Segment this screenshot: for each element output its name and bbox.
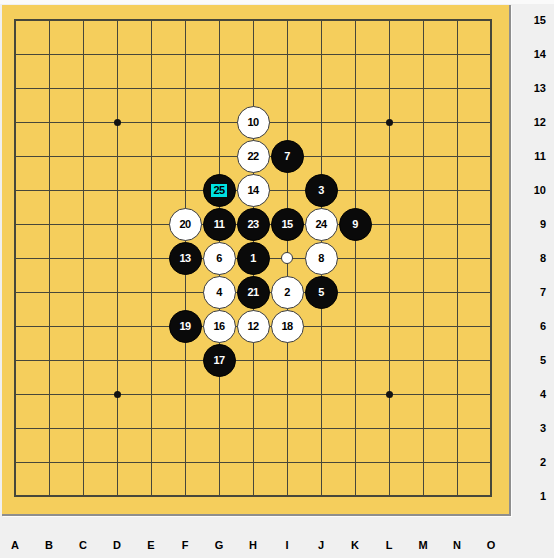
- stone-H10-move-14: 14: [237, 174, 270, 207]
- move-number: 18: [281, 320, 292, 333]
- column-label-L: L: [372, 537, 406, 553]
- row-label-1: 1: [512, 488, 546, 504]
- row-label-15: 15: [512, 12, 546, 28]
- stone-H7-move-21: 21: [237, 276, 270, 309]
- move-number: 6: [216, 252, 222, 265]
- stone-I11-move-7: 7: [271, 140, 304, 173]
- move-number: 23: [247, 218, 258, 231]
- row-label-10: 10: [512, 182, 546, 198]
- column-label-C: C: [66, 537, 100, 553]
- row-label-11: 11: [512, 148, 546, 164]
- move-number: 14: [247, 184, 258, 197]
- column-label-D: D: [100, 537, 134, 553]
- stone-G6-move-16: 16: [203, 310, 236, 343]
- stone-H11-move-22: 22: [237, 140, 270, 173]
- column-label-B: B: [32, 537, 66, 553]
- move-number: 8: [318, 252, 324, 265]
- move-number: 20: [179, 218, 190, 231]
- row-label-4: 4: [512, 386, 546, 402]
- move-number: 4: [216, 286, 222, 299]
- move-number: 13: [179, 252, 190, 265]
- move-number: 7: [284, 150, 290, 163]
- stone-G7-move-4: 4: [203, 276, 236, 309]
- stone-H8-move-1: 1: [237, 242, 270, 275]
- row-label-7: 7: [512, 284, 546, 300]
- row-label-5: 5: [512, 352, 546, 368]
- move-number: 10: [247, 116, 258, 129]
- column-label-M: M: [406, 537, 440, 553]
- move-number: 21: [247, 286, 258, 299]
- move-number: 9: [352, 218, 358, 231]
- stone-K9-move-9: 9: [339, 208, 372, 241]
- move-number: 5: [318, 286, 324, 299]
- row-label-3: 3: [512, 420, 546, 436]
- move-number: 11: [214, 218, 225, 231]
- move-number: 1: [250, 252, 256, 265]
- stone-F8-move-13: 13: [169, 242, 202, 275]
- stone-H9-move-23: 23: [237, 208, 270, 241]
- row-label-12: 12: [512, 114, 546, 130]
- column-label-E: E: [134, 537, 168, 553]
- column-label-A: A: [0, 537, 32, 553]
- stone-G10-move-25: 25: [203, 174, 236, 207]
- row-label-8: 8: [512, 250, 546, 266]
- move-number: 16: [213, 320, 224, 333]
- move-number: 15: [281, 218, 292, 231]
- stone-J7-move-5: 5: [305, 276, 338, 309]
- star-point-L12: [386, 119, 393, 126]
- column-label-K: K: [338, 537, 372, 553]
- stone-G5-move-17: 17: [203, 344, 236, 377]
- stone-G8-move-6: 6: [203, 242, 236, 275]
- column-label-G: G: [202, 537, 236, 553]
- window-top-edge: [0, 0, 554, 4]
- column-label-N: N: [440, 537, 474, 553]
- row-label-2: 2: [512, 454, 546, 470]
- row-label-9: 9: [512, 216, 546, 232]
- column-label-H: H: [236, 537, 270, 553]
- move-number: 22: [247, 150, 258, 163]
- column-label-J: J: [304, 537, 338, 553]
- star-point-D12: [114, 119, 121, 126]
- stone-G9-move-11: 11: [203, 208, 236, 241]
- move-number: 17: [213, 354, 224, 367]
- column-label-F: F: [168, 537, 202, 553]
- row-label-14: 14: [512, 46, 546, 62]
- stone-F9-move-20: 20: [169, 208, 202, 241]
- stone-I6-move-18: 18: [271, 310, 304, 343]
- column-label-O: O: [474, 537, 508, 553]
- last-move-number: 25: [211, 184, 226, 197]
- stone-J10-move-3: 3: [305, 174, 338, 207]
- stone-J8-move-8: 8: [305, 242, 338, 275]
- move-number: 24: [315, 218, 326, 231]
- stone-I9-move-15: 15: [271, 208, 304, 241]
- move-number: 3: [318, 184, 324, 197]
- stone-H6-move-12: 12: [237, 310, 270, 343]
- stone-J9-move-24: 24: [305, 208, 338, 241]
- row-label-6: 6: [512, 318, 546, 334]
- point-marker-I8: [281, 252, 293, 264]
- gomoku-app: 1234567891011121314151617181920212223242…: [0, 0, 554, 558]
- column-label-I: I: [270, 537, 304, 553]
- star-point-L4: [386, 391, 393, 398]
- star-point-D4: [114, 391, 121, 398]
- row-label-13: 13: [512, 80, 546, 96]
- stone-I7-move-2: 2: [271, 276, 304, 309]
- stone-F6-move-19: 19: [169, 310, 202, 343]
- gomoku-board[interactable]: 1234567891011121314151617181920212223242…: [2, 5, 511, 516]
- move-number: 2: [284, 286, 290, 299]
- stone-H12-move-10: 10: [237, 106, 270, 139]
- move-number: 19: [179, 320, 190, 333]
- move-number: 12: [247, 320, 258, 333]
